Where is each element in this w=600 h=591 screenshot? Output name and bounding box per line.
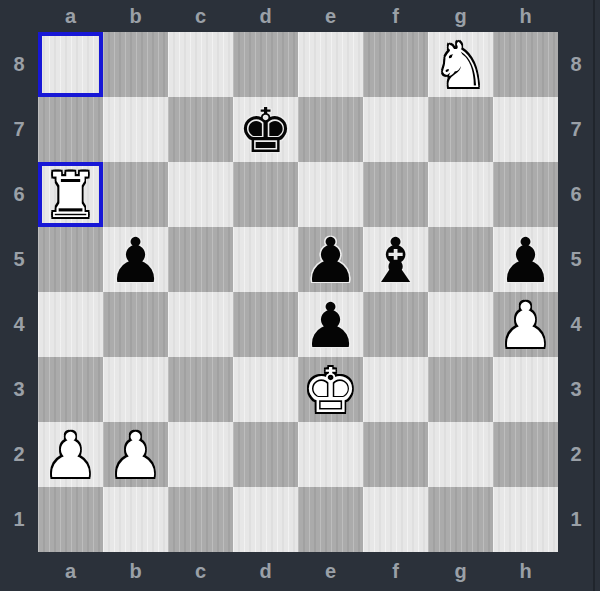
rank-label-7: 7 <box>558 97 594 162</box>
square-d5[interactable] <box>233 227 298 292</box>
piece-black-pawn[interactable]: ♟ <box>303 295 359 357</box>
square-d1[interactable] <box>233 487 298 552</box>
square-g6[interactable] <box>428 162 493 227</box>
square-c3[interactable] <box>168 357 233 422</box>
rank-label-2: 2 <box>558 422 594 487</box>
piece-black-pawn[interactable]: ♟ <box>498 230 554 292</box>
rank-label-3: 3 <box>0 357 38 422</box>
chess-board: ♞♚♜♟♟♝♟♟♟♚♟♟ <box>38 32 558 552</box>
file-label-e: e <box>298 552 363 591</box>
square-b6[interactable] <box>103 162 168 227</box>
square-b8[interactable] <box>103 32 168 97</box>
square-c6[interactable] <box>168 162 233 227</box>
square-e2[interactable] <box>298 422 363 487</box>
square-b1[interactable] <box>103 487 168 552</box>
rank-label-2: 2 <box>0 422 38 487</box>
square-h3[interactable] <box>493 357 558 422</box>
square-h5[interactable]: ♟ <box>493 227 558 292</box>
square-e8[interactable] <box>298 32 363 97</box>
square-e1[interactable] <box>298 487 363 552</box>
square-b2[interactable]: ♟ <box>103 422 168 487</box>
square-b3[interactable] <box>103 357 168 422</box>
file-label-d: d <box>233 552 298 591</box>
square-f8[interactable] <box>363 32 428 97</box>
rank-label-5: 5 <box>558 227 594 292</box>
piece-white-king[interactable]: ♚ <box>303 360 359 422</box>
square-g8[interactable]: ♞ <box>428 32 493 97</box>
square-a1[interactable] <box>38 487 103 552</box>
square-d7[interactable]: ♚ <box>233 97 298 162</box>
square-h6[interactable] <box>493 162 558 227</box>
square-f5[interactable]: ♝ <box>363 227 428 292</box>
square-a4[interactable] <box>38 292 103 357</box>
square-f2[interactable] <box>363 422 428 487</box>
piece-black-bishop[interactable]: ♝ <box>368 230 424 292</box>
square-e7[interactable] <box>298 97 363 162</box>
file-label-c: c <box>168 552 233 591</box>
square-e5[interactable]: ♟ <box>298 227 363 292</box>
rank-label-6: 6 <box>0 162 38 227</box>
file-label-a: a <box>38 552 103 591</box>
square-b5[interactable]: ♟ <box>103 227 168 292</box>
piece-black-pawn[interactable]: ♟ <box>303 230 359 292</box>
square-d4[interactable] <box>233 292 298 357</box>
file-label-f: f <box>363 0 428 32</box>
rank-label-4: 4 <box>558 292 594 357</box>
piece-white-pawn[interactable]: ♟ <box>108 425 164 487</box>
square-h4[interactable]: ♟ <box>493 292 558 357</box>
square-a8[interactable] <box>38 32 103 97</box>
square-h1[interactable] <box>493 487 558 552</box>
square-c1[interactable] <box>168 487 233 552</box>
square-f7[interactable] <box>363 97 428 162</box>
square-h7[interactable] <box>493 97 558 162</box>
file-label-g: g <box>428 552 493 591</box>
piece-black-king[interactable]: ♚ <box>238 100 294 162</box>
square-g5[interactable] <box>428 227 493 292</box>
piece-white-pawn[interactable]: ♟ <box>498 295 554 357</box>
piece-white-pawn[interactable]: ♟ <box>43 425 99 487</box>
square-c7[interactable] <box>168 97 233 162</box>
square-a7[interactable] <box>38 97 103 162</box>
piece-black-pawn[interactable]: ♟ <box>108 230 164 292</box>
file-label-c: c <box>168 0 233 32</box>
file-label-f: f <box>363 552 428 591</box>
rank-label-3: 3 <box>558 357 594 422</box>
file-label-d: d <box>233 0 298 32</box>
square-e3[interactable]: ♚ <box>298 357 363 422</box>
file-label-e: e <box>298 0 363 32</box>
square-d6[interactable] <box>233 162 298 227</box>
rank-label-8: 8 <box>558 32 594 97</box>
square-g1[interactable] <box>428 487 493 552</box>
square-b7[interactable] <box>103 97 168 162</box>
square-d3[interactable] <box>233 357 298 422</box>
rank-label-5: 5 <box>0 227 38 292</box>
file-label-h: h <box>493 0 558 32</box>
rank-label-6: 6 <box>558 162 594 227</box>
file-label-b: b <box>103 552 168 591</box>
square-c8[interactable] <box>168 32 233 97</box>
window-edge-divider <box>593 0 595 591</box>
file-label-h: h <box>493 552 558 591</box>
square-c2[interactable] <box>168 422 233 487</box>
square-d8[interactable] <box>233 32 298 97</box>
square-e4[interactable]: ♟ <box>298 292 363 357</box>
square-c5[interactable] <box>168 227 233 292</box>
square-a6[interactable]: ♜ <box>38 162 103 227</box>
square-a3[interactable] <box>38 357 103 422</box>
square-b4[interactable] <box>103 292 168 357</box>
square-g3[interactable] <box>428 357 493 422</box>
square-f3[interactable] <box>363 357 428 422</box>
file-label-g: g <box>428 0 493 32</box>
square-a2[interactable]: ♟ <box>38 422 103 487</box>
square-f1[interactable] <box>363 487 428 552</box>
square-g2[interactable] <box>428 422 493 487</box>
square-e6[interactable] <box>298 162 363 227</box>
file-label-a: a <box>38 0 103 32</box>
rank-label-1: 1 <box>558 487 594 552</box>
file-labels-bottom: abcdefgh <box>38 552 558 591</box>
square-h2[interactable] <box>493 422 558 487</box>
square-f6[interactable] <box>363 162 428 227</box>
rank-label-4: 4 <box>0 292 38 357</box>
file-label-b: b <box>103 0 168 32</box>
file-labels-top: abcdefgh <box>38 0 558 32</box>
square-a5[interactable] <box>38 227 103 292</box>
square-g7[interactable] <box>428 97 493 162</box>
square-f4[interactable] <box>363 292 428 357</box>
square-g4[interactable] <box>428 292 493 357</box>
rank-labels-left: 87654321 <box>0 32 38 552</box>
rank-labels-right: 87654321 <box>558 32 594 552</box>
piece-white-knight[interactable]: ♞ <box>433 35 489 97</box>
piece-white-rook[interactable]: ♜ <box>43 165 99 227</box>
square-c4[interactable] <box>168 292 233 357</box>
rank-label-1: 1 <box>0 487 38 552</box>
square-h8[interactable] <box>493 32 558 97</box>
rank-label-7: 7 <box>0 97 38 162</box>
rank-label-8: 8 <box>0 32 38 97</box>
chess-app: abcdefgh 87654321 ♞♚♜♟♟♝♟♟♟♚♟♟ 87654321 … <box>0 0 600 591</box>
square-d2[interactable] <box>233 422 298 487</box>
